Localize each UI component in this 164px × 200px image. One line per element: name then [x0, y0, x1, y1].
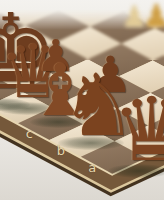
piece-dark-queen: ♛: [112, 86, 164, 174]
file-label-a: a: [88, 161, 96, 174]
piece-light-pawn: ♟: [142, 0, 164, 32]
chess-product-photo: cba ♚♛♟♝♟♞♛♟♟: [0, 0, 164, 200]
